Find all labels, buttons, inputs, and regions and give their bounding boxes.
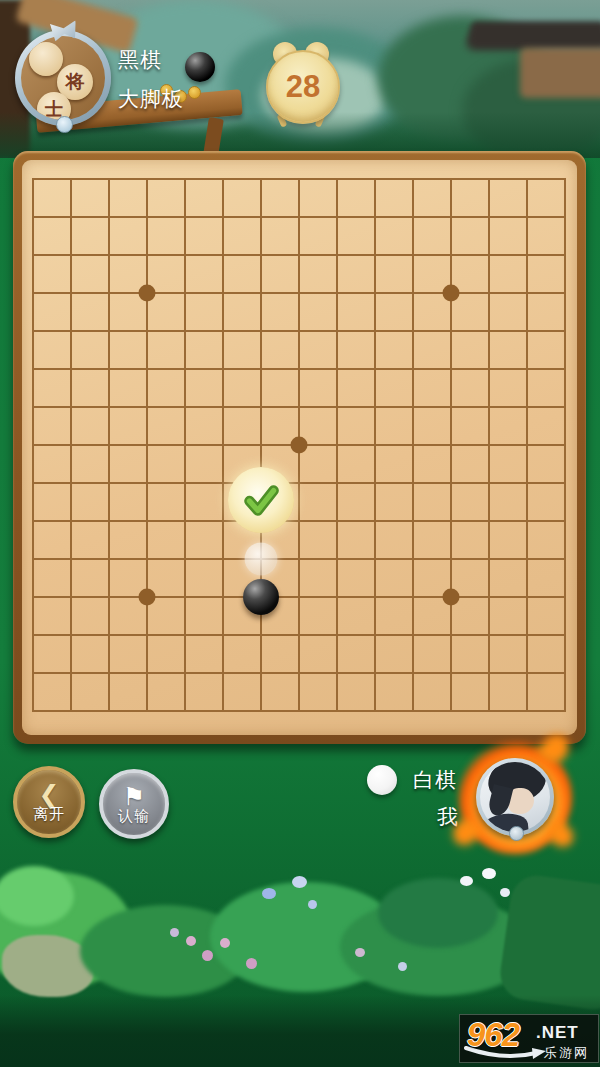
- white-stone-icon: [367, 765, 397, 795]
- flower-blue: [262, 888, 276, 899]
- star-point: [291, 437, 308, 454]
- opponent-name: 大脚板: [118, 85, 184, 113]
- game-screen: 将 士 黑棋 大脚板 28 ❮ 离开 ⚑ 认输 白棋 我: [0, 0, 600, 1067]
- resign-button-label: 认输: [118, 807, 150, 826]
- xiangqi-disc: [29, 42, 63, 76]
- flag-icon: ⚑: [123, 785, 145, 807]
- flower-pink: [186, 936, 196, 946]
- pagoda-base: [520, 48, 600, 98]
- watermark-badge: 962 .NET 乐游网: [459, 1014, 599, 1063]
- coin-icon: [188, 86, 201, 99]
- star-point: [139, 285, 156, 302]
- bush-structure: [497, 872, 600, 1012]
- my-avatar: [476, 758, 554, 836]
- flower-pink: [220, 938, 230, 948]
- timer-seconds: 28: [286, 69, 320, 105]
- black-stone-icon: [185, 52, 215, 82]
- flower-white: [500, 888, 510, 897]
- black-stone: [243, 579, 279, 615]
- star-point: [443, 589, 460, 606]
- back-chevron-icon: ❮: [39, 783, 60, 805]
- resign-button[interactable]: ⚑ 认输: [99, 769, 169, 839]
- star-point: [139, 589, 156, 606]
- clock-face: 28: [266, 50, 340, 124]
- xiangqi-disc-char: 将: [66, 69, 85, 95]
- check-icon: [240, 479, 282, 521]
- flower-blue: [292, 876, 307, 888]
- bush: [378, 878, 498, 948]
- opponent-side-label: 黑棋: [118, 46, 162, 74]
- watermark-net: .NET: [536, 1023, 579, 1043]
- flower-blue: [398, 962, 407, 971]
- leave-button-label: 离开: [33, 805, 65, 824]
- flower-white: [460, 876, 473, 886]
- star-point: [443, 285, 460, 302]
- flower-pink: [246, 958, 257, 969]
- leave-button[interactable]: ❮ 离开: [13, 766, 85, 838]
- my-side-label: 白棋: [413, 766, 457, 794]
- my-avatar-image: [480, 762, 550, 832]
- confirm-move-button[interactable]: [228, 467, 294, 533]
- flower-blue: [308, 900, 317, 909]
- flower-pink: [170, 928, 179, 937]
- move-timer: 28: [263, 42, 339, 122]
- watermark-site: 乐游网: [544, 1044, 589, 1062]
- flower-white: [482, 868, 496, 879]
- avatar-badge-icon: [509, 826, 524, 841]
- pagoda-roof: [463, 21, 600, 50]
- opponent-avatar: 将 士: [15, 30, 111, 126]
- pending-white-stone: [245, 543, 278, 576]
- watermark-number: 962: [467, 1016, 519, 1054]
- board-grid[interactable]: [32, 178, 566, 712]
- avatar-badge-icon: [56, 116, 73, 133]
- opponent-avatar-image: 将 士: [21, 36, 105, 120]
- flower-pink: [355, 948, 365, 957]
- flower-pink: [202, 950, 213, 961]
